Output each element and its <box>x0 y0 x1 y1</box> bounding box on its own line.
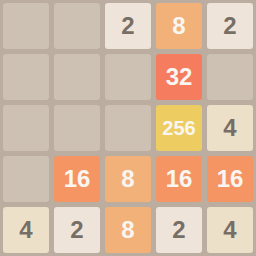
cell-empty <box>3 105 49 151</box>
cell-empty <box>3 54 49 100</box>
cell-empty <box>207 54 253 100</box>
cell-empty <box>54 3 100 49</box>
2048-board[interactable]: 282322564168161642824 <box>0 0 256 256</box>
tile-32: 32 <box>156 54 202 100</box>
cell-empty <box>3 3 49 49</box>
tile-256: 256 <box>156 105 202 151</box>
tile-16: 16 <box>207 156 253 202</box>
cell-empty <box>105 54 151 100</box>
tile-4: 4 <box>207 207 253 253</box>
cell-empty <box>54 54 100 100</box>
tile-4: 4 <box>3 207 49 253</box>
tile-4: 4 <box>207 105 253 151</box>
cell-empty <box>54 105 100 151</box>
cell-empty <box>3 156 49 202</box>
tile-2: 2 <box>105 3 151 49</box>
tile-2: 2 <box>54 207 100 253</box>
cell-empty <box>105 105 151 151</box>
tile-2: 2 <box>207 3 253 49</box>
tile-2: 2 <box>156 207 202 253</box>
tile-8: 8 <box>105 156 151 202</box>
tile-8: 8 <box>105 207 151 253</box>
tile-16: 16 <box>54 156 100 202</box>
tile-8: 8 <box>156 3 202 49</box>
tile-16: 16 <box>156 156 202 202</box>
